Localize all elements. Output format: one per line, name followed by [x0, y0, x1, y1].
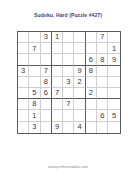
- cell-r7c9[interactable]: [108, 99, 119, 110]
- cell-r2c6[interactable]: [74, 43, 85, 54]
- cell-r5c4[interactable]: [52, 77, 63, 88]
- cell-r8c1[interactable]: [18, 110, 29, 121]
- cell-r5c6[interactable]: 2: [74, 77, 85, 88]
- cell-r9c7[interactable]: [86, 122, 97, 133]
- cell-r1c8[interactable]: 7: [97, 32, 108, 43]
- cell-r4c6[interactable]: 9: [74, 66, 85, 77]
- cell-r1c3[interactable]: 3: [41, 32, 52, 43]
- cell-r3c3[interactable]: [41, 54, 52, 65]
- cell-r4c2[interactable]: [29, 66, 40, 77]
- cell-r5c9[interactable]: [108, 77, 119, 88]
- cell-r9c4[interactable]: 9: [52, 122, 63, 133]
- cell-r3c4[interactable]: [52, 54, 63, 65]
- cell-r8c6[interactable]: [74, 110, 85, 121]
- cell-r3c9[interactable]: 9: [108, 54, 119, 65]
- cell-r1c6[interactable]: [74, 32, 85, 43]
- cell-r7c7[interactable]: [86, 99, 97, 110]
- cell-r3c2[interactable]: [29, 54, 40, 65]
- cell-r4c9[interactable]: [108, 66, 119, 77]
- cell-r9c3[interactable]: [41, 122, 52, 133]
- cell-r4c4[interactable]: [52, 66, 63, 77]
- cell-r8c8[interactable]: 6: [97, 110, 108, 121]
- cell-r2c5[interactable]: [63, 43, 74, 54]
- cell-r9c9[interactable]: [108, 122, 119, 133]
- sudoku-page: Sudoku, Hard (Puzzle #427) 3177168937988…: [0, 0, 136, 176]
- cell-r1c4[interactable]: 1: [52, 32, 63, 43]
- cell-r2c4[interactable]: [52, 43, 63, 54]
- cell-r5c7[interactable]: [86, 77, 97, 88]
- cell-r6c7[interactable]: 2: [86, 88, 97, 99]
- cell-r5c3[interactable]: 8: [41, 77, 52, 88]
- cell-r6c9[interactable]: [108, 88, 119, 99]
- cell-r2c1[interactable]: [18, 43, 29, 54]
- cell-r2c8[interactable]: [97, 43, 108, 54]
- cell-r6c6[interactable]: [74, 88, 85, 99]
- cell-r3c8[interactable]: 8: [97, 54, 108, 65]
- cell-r7c8[interactable]: [97, 99, 108, 110]
- cell-r2c2[interactable]: 7: [29, 43, 40, 54]
- cell-r9c5[interactable]: [63, 122, 74, 133]
- cell-r9c6[interactable]: 4: [74, 122, 85, 133]
- cell-r6c1[interactable]: [18, 88, 29, 99]
- cell-r1c5[interactable]: [63, 32, 74, 43]
- cell-r6c5[interactable]: [63, 88, 74, 99]
- cell-r4c7[interactable]: 8: [86, 66, 97, 77]
- cell-r7c5[interactable]: 7: [63, 99, 74, 110]
- cell-r6c2[interactable]: 5: [29, 88, 40, 99]
- cell-r1c2[interactable]: [29, 32, 40, 43]
- cell-r5c8[interactable]: [97, 77, 108, 88]
- cell-r9c1[interactable]: [18, 122, 29, 133]
- cell-r3c1[interactable]: [18, 54, 29, 65]
- cell-r3c5[interactable]: [63, 54, 74, 65]
- cell-r4c5[interactable]: [63, 66, 74, 77]
- cell-r8c5[interactable]: [63, 110, 74, 121]
- cell-r6c4[interactable]: 7: [52, 88, 63, 99]
- cell-r2c3[interactable]: [41, 43, 52, 54]
- cell-r1c1[interactable]: [18, 32, 29, 43]
- cell-r9c8[interactable]: [97, 122, 108, 133]
- cell-r8c4[interactable]: [52, 110, 63, 121]
- cell-r8c3[interactable]: [41, 110, 52, 121]
- cell-r5c5[interactable]: 3: [63, 77, 74, 88]
- cell-r3c7[interactable]: 6: [86, 54, 97, 65]
- cell-r3c6[interactable]: [74, 54, 85, 65]
- cell-r4c1[interactable]: 3: [18, 66, 29, 77]
- cell-r2c9[interactable]: 1: [108, 43, 119, 54]
- cell-r4c8[interactable]: [97, 66, 108, 77]
- cell-r1c9[interactable]: [108, 32, 119, 43]
- cell-r2c7[interactable]: [86, 43, 97, 54]
- cell-r7c2[interactable]: 8: [29, 99, 40, 110]
- cell-r7c1[interactable]: [18, 99, 29, 110]
- cell-r7c6[interactable]: [74, 99, 85, 110]
- cell-r5c2[interactable]: [29, 77, 40, 88]
- cell-r8c9[interactable]: 5: [108, 110, 119, 121]
- cell-r4c3[interactable]: 7: [41, 66, 52, 77]
- cell-r7c3[interactable]: [41, 99, 52, 110]
- footer-url: www.printfreesudoku.com: [0, 165, 136, 169]
- cell-r6c8[interactable]: [97, 88, 108, 99]
- cell-r7c4[interactable]: [52, 99, 63, 110]
- cell-r5c1[interactable]: [18, 77, 29, 88]
- page-title: Sudoku, Hard (Puzzle #427): [0, 12, 136, 19]
- cell-r8c7[interactable]: [86, 110, 97, 121]
- cell-r1c7[interactable]: [86, 32, 97, 43]
- cell-r8c2[interactable]: 1: [29, 110, 40, 121]
- sudoku-grid: 317716893798832567287165394: [17, 31, 121, 134]
- cell-r6c3[interactable]: 6: [41, 88, 52, 99]
- cell-r9c2[interactable]: 3: [29, 122, 40, 133]
